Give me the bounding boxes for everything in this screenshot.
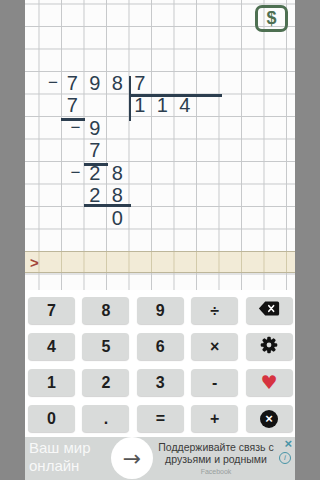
arrow-right-icon: → <box>123 446 141 471</box>
key-favorite[interactable]: ♥ <box>246 369 293 396</box>
input-prompt: > <box>30 251 39 273</box>
digit-cell: 4 <box>174 95 197 118</box>
heart-icon: ♥ <box>261 373 278 392</box>
key-2[interactable]: 2 <box>82 369 129 396</box>
ad-banner[interactable]: Ваш мир онлайн → Поддерживайте связь с д… <box>25 437 295 480</box>
digit-cell: 7 <box>84 140 107 163</box>
ad-headline[interactable]: Поддерживайте связь с друзьями и родными… <box>157 441 275 478</box>
quotient-bar <box>129 94 222 97</box>
subtraction-line-1 <box>61 118 85 121</box>
key-close[interactable]: × <box>246 405 293 432</box>
ad-info-icon[interactable]: i <box>279 452 291 464</box>
input-line[interactable] <box>25 251 295 273</box>
app-screen: −79877114−97−28280 $ > 7 8 9 ÷ 4 5 6 × <box>25 0 295 480</box>
ad-arrow-button[interactable]: → <box>111 437 153 479</box>
close-circle-icon: × <box>260 410 278 428</box>
digit-cell: 7 <box>61 72 84 95</box>
long-division-worksheet: −79877114−97−28280 <box>25 0 295 291</box>
digit-cell: 0 <box>106 207 129 230</box>
currency-dollar-button[interactable]: $ <box>255 5 288 32</box>
key-equals[interactable]: = <box>137 405 184 432</box>
ad-left-title: Ваш мир онлайн <box>29 439 91 475</box>
digit-cell: 9 <box>84 72 107 95</box>
key-6[interactable]: 6 <box>137 333 184 360</box>
subtraction-line-3 <box>84 204 131 207</box>
divisor-vertical-line <box>129 76 132 121</box>
digit-cell: 8 <box>106 72 129 95</box>
digit-cell: 8 <box>106 162 129 185</box>
key-decimal[interactable]: . <box>82 405 129 432</box>
digit-cell: 1 <box>151 95 174 118</box>
subtraction-line-2 <box>84 163 108 166</box>
key-divide[interactable]: ÷ <box>191 297 238 324</box>
key-minus[interactable]: - <box>191 369 238 396</box>
key-5[interactable]: 5 <box>82 333 129 360</box>
key-7[interactable]: 7 <box>28 297 75 324</box>
digit-cell: 9 <box>84 117 107 140</box>
key-plus[interactable]: + <box>191 405 238 432</box>
ad-close-icon[interactable]: × <box>284 437 292 450</box>
digit-cell: 1 <box>129 95 152 118</box>
key-9[interactable]: 9 <box>137 297 184 324</box>
minus-sign: − <box>61 162 84 185</box>
dollar-icon: $ <box>266 8 276 29</box>
key-0[interactable]: 0 <box>28 405 75 432</box>
digit-cell: 7 <box>61 95 84 118</box>
key-3[interactable]: 3 <box>137 369 184 396</box>
key-1[interactable]: 1 <box>28 369 75 396</box>
keypad: 7 8 9 ÷ 4 5 6 × <box>25 290 295 435</box>
key-settings[interactable] <box>246 333 293 360</box>
minus-sign: − <box>39 72 62 95</box>
settings-gear-icon <box>260 336 278 358</box>
ad-brand-label: Facebook <box>157 466 275 478</box>
backspace-icon <box>258 301 280 320</box>
key-backspace[interactable] <box>246 297 293 324</box>
key-multiply[interactable]: × <box>191 333 238 360</box>
key-8[interactable]: 8 <box>82 297 129 324</box>
key-4[interactable]: 4 <box>28 333 75 360</box>
digit-cell: 7 <box>129 72 152 95</box>
